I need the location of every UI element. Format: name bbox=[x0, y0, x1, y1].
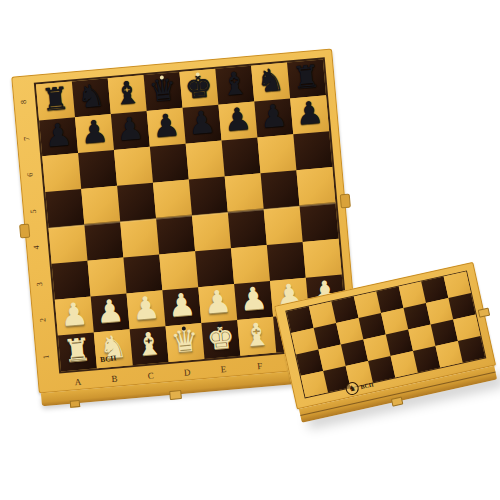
square-h4[interactable] bbox=[300, 203, 339, 242]
piece-black-pawn[interactable]: ♟ bbox=[223, 103, 253, 136]
square-c5[interactable] bbox=[117, 183, 156, 222]
square-f5[interactable] bbox=[225, 173, 264, 212]
square-a8[interactable]: ♜ bbox=[36, 81, 75, 120]
square-a7[interactable]: ♟ bbox=[39, 117, 78, 156]
square-e4[interactable] bbox=[192, 212, 231, 251]
square-d6[interactable] bbox=[150, 144, 189, 183]
square-g5[interactable] bbox=[261, 170, 300, 209]
file-label-b: B bbox=[96, 372, 133, 385]
square-h6[interactable] bbox=[293, 131, 332, 170]
piece-white-rook[interactable]: ♜ bbox=[62, 334, 92, 367]
square-a6[interactable] bbox=[42, 153, 81, 192]
square-f7[interactable]: ♟ bbox=[218, 102, 257, 141]
square-h8[interactable]: ♜ bbox=[287, 59, 326, 98]
square-d3[interactable] bbox=[159, 251, 198, 290]
piece-white-pawn[interactable]: ♟ bbox=[238, 282, 268, 315]
piece-black-pawn[interactable]: ♟ bbox=[43, 119, 73, 152]
square-e1[interactable]: ♚ bbox=[201, 320, 240, 359]
square-a4[interactable] bbox=[49, 225, 88, 264]
piece-black-pawn[interactable]: ♟ bbox=[79, 115, 109, 148]
square-b7[interactable]: ♟ bbox=[75, 114, 114, 153]
square-f4[interactable] bbox=[228, 209, 267, 248]
box-clasp-front bbox=[391, 397, 403, 407]
piece-black-rook[interactable]: ♜ bbox=[291, 61, 321, 94]
square-g7[interactable]: ♟ bbox=[254, 98, 293, 137]
square-f2[interactable]: ♟ bbox=[234, 281, 273, 320]
board-foot-left bbox=[70, 400, 81, 408]
square-f1[interactable]: ♝ bbox=[237, 317, 276, 356]
square-g4[interactable] bbox=[264, 206, 303, 245]
box-clasp-right bbox=[478, 308, 490, 318]
square-c4[interactable] bbox=[120, 219, 159, 258]
file-label-c: C bbox=[132, 369, 169, 382]
rank-label-3: 3 bbox=[21, 275, 59, 292]
square-f8[interactable]: ♝ bbox=[215, 66, 254, 105]
square-c7[interactable]: ♟ bbox=[111, 111, 150, 150]
square-c3[interactable] bbox=[123, 254, 162, 293]
piece-black-pawn[interactable]: ♟ bbox=[258, 100, 288, 133]
square-e2[interactable]: ♟ bbox=[198, 284, 237, 323]
square-d7[interactable]: ♟ bbox=[147, 108, 186, 147]
piece-black-pawn[interactable]: ♟ bbox=[294, 97, 324, 130]
square-f3[interactable] bbox=[231, 245, 270, 284]
square-f6[interactable] bbox=[222, 137, 261, 176]
piece-white-pawn[interactable]: ♟ bbox=[59, 298, 89, 331]
square-b2[interactable]: ♟ bbox=[91, 293, 130, 332]
square-g3[interactable] bbox=[267, 242, 306, 281]
piece-black-pawn[interactable]: ♟ bbox=[115, 112, 145, 145]
square-a2[interactable]: ♟ bbox=[55, 297, 94, 336]
square-d1[interactable]: ♛ bbox=[166, 323, 205, 362]
square-d4[interactable] bbox=[156, 215, 195, 254]
square-a1[interactable]: ♜ bbox=[58, 332, 97, 371]
square-e6[interactable] bbox=[186, 141, 225, 180]
rank-label-5: 5 bbox=[14, 202, 52, 219]
piece-black-bishop[interactable]: ♝ bbox=[112, 76, 142, 109]
piece-white-pawn[interactable]: ♟ bbox=[131, 292, 161, 325]
piece-white-bishop[interactable]: ♝ bbox=[134, 328, 164, 361]
fold-hinge-right bbox=[340, 194, 351, 209]
square-d8[interactable]: ♛ bbox=[144, 72, 183, 111]
square-g6[interactable] bbox=[257, 134, 296, 173]
photo-canvas: ♜♞♝♛♚♝♞♜♟♟♟♟♟♟♟♟♟♟♟♟♟♟♟♟♜♞♝♛♚♝♞♜ ABCDEFG… bbox=[0, 0, 500, 500]
square-h7[interactable]: ♟ bbox=[290, 95, 329, 134]
piece-black-pawn[interactable]: ♟ bbox=[151, 109, 181, 142]
square-b3[interactable] bbox=[88, 258, 127, 297]
square-b8[interactable]: ♞ bbox=[72, 78, 111, 117]
piece-white-pawn[interactable]: ♟ bbox=[95, 295, 125, 328]
board-latch bbox=[169, 390, 182, 400]
file-label-f: F bbox=[241, 359, 278, 372]
square-d5[interactable] bbox=[153, 180, 192, 219]
piece-white-bishop[interactable]: ♝ bbox=[241, 318, 271, 351]
piece-black-pawn[interactable]: ♟ bbox=[187, 106, 217, 139]
square-e8[interactable]: ♚ bbox=[179, 69, 218, 108]
fold-hinge-left bbox=[19, 224, 30, 239]
square-e3[interactable] bbox=[195, 248, 234, 287]
piece-black-bishop[interactable]: ♝ bbox=[219, 67, 249, 100]
square-a5[interactable] bbox=[45, 189, 84, 228]
square-b5[interactable] bbox=[81, 186, 120, 225]
piece-black-knight[interactable]: ♞ bbox=[76, 80, 106, 113]
square-h3[interactable] bbox=[303, 239, 342, 278]
piece-black-knight[interactable]: ♞ bbox=[255, 64, 285, 97]
square-e7[interactable]: ♟ bbox=[183, 105, 222, 144]
file-label-d: D bbox=[169, 366, 206, 379]
square-b4[interactable] bbox=[84, 222, 123, 261]
square-c8[interactable]: ♝ bbox=[108, 75, 147, 114]
file-label-e: E bbox=[205, 363, 242, 376]
piece-white-pawn[interactable]: ♟ bbox=[167, 289, 197, 322]
piece-black-rook[interactable]: ♜ bbox=[40, 83, 70, 116]
square-g8[interactable]: ♞ bbox=[251, 63, 290, 102]
square-e5[interactable] bbox=[189, 176, 228, 215]
file-label-a: A bbox=[60, 375, 97, 388]
square-c2[interactable]: ♟ bbox=[127, 290, 166, 329]
square-d2[interactable]: ♟ bbox=[162, 287, 201, 326]
square-h5[interactable] bbox=[296, 167, 335, 206]
knight-emblem-icon: ♞ bbox=[348, 384, 357, 393]
square-a3[interactable] bbox=[52, 261, 91, 300]
rank-label-7: 7 bbox=[8, 130, 46, 147]
square-b6[interactable] bbox=[78, 150, 117, 189]
logo-ring: ♞ bbox=[344, 381, 360, 397]
box-logo-text: ВСП bbox=[360, 381, 374, 390]
square-c6[interactable] bbox=[114, 147, 153, 186]
piece-white-pawn[interactable]: ♟ bbox=[202, 285, 232, 318]
box-square bbox=[458, 336, 485, 362]
square-c1[interactable]: ♝ bbox=[130, 326, 169, 365]
rank-label-1: 1 bbox=[27, 348, 65, 365]
